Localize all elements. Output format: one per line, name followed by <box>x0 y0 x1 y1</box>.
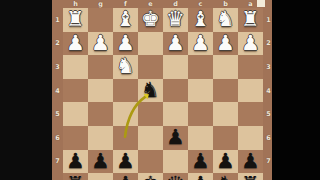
square-h8[interactable]: ♜ <box>63 173 88 180</box>
square-d1[interactable]: ♛ <box>163 8 188 32</box>
square-e1[interactable]: ♚ <box>138 8 163 32</box>
piece-wP-h2: ♟ <box>66 33 85 54</box>
board-grid: ♜♝♚♛♝♞♜♟♟♟♟♟♟♟♞♞♟♟♟♟♟♟♟♜♝♚♛♝♞♜ <box>63 8 263 180</box>
piece-bP-d6: ♟ <box>166 127 185 148</box>
piece-wB-c1: ♝ <box>191 9 210 30</box>
piece-wR-h1: ♜ <box>66 9 85 30</box>
square-a2[interactable]: ♟ <box>238 32 263 56</box>
rank-label-left-6: 6 <box>52 134 63 142</box>
square-a3[interactable] <box>238 55 263 79</box>
rank-label-right-2: 2 <box>263 39 274 47</box>
square-h1[interactable]: ♜ <box>63 8 88 32</box>
square-a8[interactable]: ♜ <box>238 173 263 180</box>
piece-bP-c7: ♟ <box>191 151 210 172</box>
rank-label-left-7: 7 <box>52 157 63 165</box>
square-b6[interactable] <box>213 126 238 150</box>
piece-bR-h8: ♜ <box>66 174 85 180</box>
square-f3[interactable]: ♞ <box>113 55 138 79</box>
piece-wB-f1: ♝ <box>116 9 135 30</box>
square-c2[interactable]: ♟ <box>188 32 213 56</box>
video-frame: hgfedcba 1234567 1234567 ♜♝♚♛♝♞♜♟♟♟♟♟♟♟♞… <box>0 0 320 180</box>
square-h2[interactable]: ♟ <box>63 32 88 56</box>
rank-label-left-2: 2 <box>52 39 63 47</box>
piece-wP-d2: ♟ <box>166 33 185 54</box>
square-a1[interactable]: ♜ <box>238 8 263 32</box>
piece-wQ-d1: ♛ <box>166 9 185 30</box>
square-h6[interactable] <box>63 126 88 150</box>
square-d3[interactable] <box>163 55 188 79</box>
square-d5[interactable] <box>163 102 188 126</box>
file-label-g: g <box>96 0 106 8</box>
square-f5[interactable] <box>113 102 138 126</box>
rank-label-right-5: 5 <box>263 110 274 118</box>
square-b1[interactable]: ♞ <box>213 8 238 32</box>
square-d7[interactable] <box>163 150 188 174</box>
square-d4[interactable] <box>163 79 188 103</box>
piece-bP-a7: ♟ <box>241 151 260 172</box>
square-c5[interactable] <box>188 102 213 126</box>
square-b3[interactable] <box>213 55 238 79</box>
square-e8[interactable]: ♚ <box>138 173 163 180</box>
piece-wP-c2: ♟ <box>191 33 210 54</box>
square-f4[interactable] <box>113 79 138 103</box>
square-h5[interactable] <box>63 102 88 126</box>
square-g1[interactable] <box>88 8 113 32</box>
piece-wN-b1: ♞ <box>216 9 235 30</box>
square-e3[interactable] <box>138 55 163 79</box>
square-d6[interactable]: ♟ <box>163 126 188 150</box>
square-e7[interactable] <box>138 150 163 174</box>
square-d2[interactable]: ♟ <box>163 32 188 56</box>
piece-bB-f8: ♝ <box>116 174 135 180</box>
square-c8[interactable]: ♝ <box>188 173 213 180</box>
letterbox-right <box>272 0 320 180</box>
square-c1[interactable]: ♝ <box>188 8 213 32</box>
piece-bP-h7: ♟ <box>66 151 85 172</box>
square-a7[interactable]: ♟ <box>238 150 263 174</box>
square-b7[interactable]: ♟ <box>213 150 238 174</box>
square-a4[interactable] <box>238 79 263 103</box>
square-h7[interactable]: ♟ <box>63 150 88 174</box>
piece-bP-b7: ♟ <box>216 151 235 172</box>
rank-label-right-3: 3 <box>263 63 274 71</box>
piece-bR-a8: ♜ <box>241 174 260 180</box>
square-g7[interactable]: ♟ <box>88 150 113 174</box>
square-f7[interactable]: ♟ <box>113 150 138 174</box>
square-e4[interactable]: ♞ <box>138 79 163 103</box>
square-c4[interactable] <box>188 79 213 103</box>
piece-bB-c8: ♝ <box>191 174 210 180</box>
square-c6[interactable] <box>188 126 213 150</box>
piece-wR-a1: ♜ <box>241 9 260 30</box>
rank-label-left-4: 4 <box>52 87 63 95</box>
piece-bK-e8: ♚ <box>141 174 160 180</box>
rank-label-right-1: 1 <box>263 16 274 24</box>
square-c7[interactable]: ♟ <box>188 150 213 174</box>
piece-wP-a2: ♟ <box>241 33 260 54</box>
rank-label-left-3: 3 <box>52 63 63 71</box>
piece-bN-e4: ♞ <box>141 80 160 101</box>
rank-label-right-7: 7 <box>263 157 274 165</box>
square-b8[interactable]: ♞ <box>213 173 238 180</box>
square-g8[interactable] <box>88 173 113 180</box>
rank-label-left-1: 1 <box>52 16 63 24</box>
square-g4[interactable] <box>88 79 113 103</box>
square-e6[interactable] <box>138 126 163 150</box>
rank-label-right-6: 6 <box>263 134 274 142</box>
square-b4[interactable] <box>213 79 238 103</box>
square-f1[interactable]: ♝ <box>113 8 138 32</box>
square-g6[interactable] <box>88 126 113 150</box>
piece-wP-g2: ♟ <box>91 33 110 54</box>
square-b2[interactable]: ♟ <box>213 32 238 56</box>
rank-label-right-4: 4 <box>263 87 274 95</box>
square-c3[interactable] <box>188 55 213 79</box>
letterbox-left <box>0 0 52 180</box>
square-e5[interactable] <box>138 102 163 126</box>
square-h3[interactable] <box>63 55 88 79</box>
square-f2[interactable]: ♟ <box>113 32 138 56</box>
piece-wK-e1: ♚ <box>141 9 160 30</box>
square-b5[interactable] <box>213 102 238 126</box>
square-a5[interactable] <box>238 102 263 126</box>
square-a6[interactable] <box>238 126 263 150</box>
rank-label-left-5: 5 <box>52 110 63 118</box>
piece-bP-g7: ♟ <box>91 151 110 172</box>
piece-wP-b2: ♟ <box>216 33 235 54</box>
square-f8[interactable]: ♝ <box>113 173 138 180</box>
piece-bN-b8: ♞ <box>216 174 235 180</box>
piece-wN-f3: ♞ <box>116 56 135 77</box>
square-f6[interactable] <box>113 126 138 150</box>
square-g2[interactable]: ♟ <box>88 32 113 56</box>
piece-bP-f7: ♟ <box>116 151 135 172</box>
square-e2[interactable] <box>138 32 163 56</box>
piece-bQ-d8: ♛ <box>166 174 185 180</box>
piece-wP-f2: ♟ <box>116 33 135 54</box>
square-g3[interactable] <box>88 55 113 79</box>
square-g5[interactable] <box>88 102 113 126</box>
corner-marker <box>257 0 265 7</box>
square-d8[interactable]: ♛ <box>163 173 188 180</box>
square-h4[interactable] <box>63 79 88 103</box>
